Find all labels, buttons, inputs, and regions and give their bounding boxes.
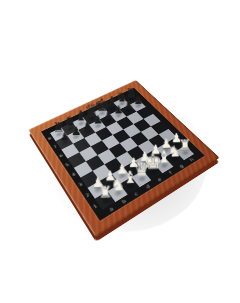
product-photo[interactable]: abcdefgh 87654321 ♜♞♝♛♚♝♞♜♟♟♟♟♟♟♟♟♟♟♟♟♟♟… — [0, 0, 240, 303]
scene: abcdefgh 87654321 ♜♞♝♛♚♝♞♜♟♟♟♟♟♟♟♟♟♟♟♟♟♟… — [48, 72, 191, 215]
camera-tilt: abcdefgh 87654321 ♜♞♝♛♚♝♞♜♟♟♟♟♟♟♟♟♟♟♟♟♟♟… — [0, 0, 240, 303]
white-rook-glyph: ♜ — [98, 185, 112, 201]
chess-board: abcdefgh 87654321 ♜♞♝♛♚♝♞♜♟♟♟♟♟♟♟♟♟♟♟♟♟♟… — [28, 80, 220, 237]
